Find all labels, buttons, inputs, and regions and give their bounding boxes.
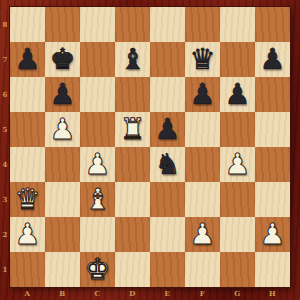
square-f8[interactable] bbox=[185, 7, 220, 42]
file-label-d: D bbox=[115, 287, 150, 300]
square-g8[interactable] bbox=[220, 7, 255, 42]
square-d5[interactable]: ♜ bbox=[115, 112, 150, 147]
file-label-f: F bbox=[185, 287, 220, 300]
file-label-c: C bbox=[80, 287, 115, 300]
square-a1[interactable] bbox=[10, 252, 45, 287]
square-e5[interactable]: ♟ bbox=[150, 112, 185, 147]
piece-black-pawn-a7[interactable]: ♟ bbox=[10, 42, 45, 77]
square-d2[interactable] bbox=[115, 217, 150, 252]
square-c5[interactable] bbox=[80, 112, 115, 147]
square-c3[interactable]: ♝ bbox=[80, 182, 115, 217]
square-c2[interactable] bbox=[80, 217, 115, 252]
square-e7[interactable] bbox=[150, 42, 185, 77]
square-c1[interactable]: ♚ bbox=[80, 252, 115, 287]
square-h7[interactable]: ♟ bbox=[255, 42, 290, 77]
square-g1[interactable] bbox=[220, 252, 255, 287]
piece-white-pawn-c4[interactable]: ♟ bbox=[80, 147, 115, 182]
square-d1[interactable] bbox=[115, 252, 150, 287]
chess-diagram: ♟♚♝♛♟♟♟♟♟♜♟♟♞♟♛♝♟♟♟♚ 87654321 ABCDEFGH bbox=[0, 0, 300, 300]
piece-white-rook-d5[interactable]: ♜ bbox=[115, 112, 150, 147]
piece-white-pawn-a2[interactable]: ♟ bbox=[10, 217, 45, 252]
square-e1[interactable] bbox=[150, 252, 185, 287]
square-g2[interactable] bbox=[220, 217, 255, 252]
piece-black-bishop-d7[interactable]: ♝ bbox=[115, 42, 150, 77]
square-h6[interactable] bbox=[255, 77, 290, 112]
piece-white-bishop-c3[interactable]: ♝ bbox=[80, 182, 115, 217]
square-d8[interactable] bbox=[115, 7, 150, 42]
square-a2[interactable]: ♟ bbox=[10, 217, 45, 252]
square-c6[interactable] bbox=[80, 77, 115, 112]
rank-label-5: 5 bbox=[0, 112, 10, 147]
piece-black-pawn-f6[interactable]: ♟ bbox=[185, 77, 220, 112]
square-e3[interactable] bbox=[150, 182, 185, 217]
rank-label-1: 1 bbox=[0, 252, 10, 287]
square-e4[interactable]: ♞ bbox=[150, 147, 185, 182]
square-d7[interactable]: ♝ bbox=[115, 42, 150, 77]
piece-black-pawn-e5[interactable]: ♟ bbox=[150, 112, 185, 147]
square-g5[interactable] bbox=[220, 112, 255, 147]
square-g3[interactable] bbox=[220, 182, 255, 217]
square-b2[interactable] bbox=[45, 217, 80, 252]
piece-white-pawn-b5[interactable]: ♟ bbox=[45, 112, 80, 147]
square-d3[interactable] bbox=[115, 182, 150, 217]
rank-label-4: 4 bbox=[0, 147, 10, 182]
square-h5[interactable] bbox=[255, 112, 290, 147]
piece-black-pawn-b6[interactable]: ♟ bbox=[45, 77, 80, 112]
square-h4[interactable] bbox=[255, 147, 290, 182]
square-a8[interactable] bbox=[10, 7, 45, 42]
square-b4[interactable] bbox=[45, 147, 80, 182]
square-f7[interactable]: ♛ bbox=[185, 42, 220, 77]
square-h3[interactable] bbox=[255, 182, 290, 217]
file-label-a: A bbox=[10, 287, 45, 300]
square-a5[interactable] bbox=[10, 112, 45, 147]
square-e6[interactable] bbox=[150, 77, 185, 112]
square-b1[interactable] bbox=[45, 252, 80, 287]
rank-label-7: 7 bbox=[0, 42, 10, 77]
square-f1[interactable] bbox=[185, 252, 220, 287]
square-h1[interactable] bbox=[255, 252, 290, 287]
square-f3[interactable] bbox=[185, 182, 220, 217]
square-f5[interactable] bbox=[185, 112, 220, 147]
square-a6[interactable] bbox=[10, 77, 45, 112]
file-label-h: H bbox=[255, 287, 290, 300]
piece-white-pawn-f2[interactable]: ♟ bbox=[185, 217, 220, 252]
square-a4[interactable] bbox=[10, 147, 45, 182]
piece-black-pawn-h7[interactable]: ♟ bbox=[255, 42, 290, 77]
rank-label-3: 3 bbox=[0, 182, 10, 217]
rank-label-6: 6 bbox=[0, 77, 10, 112]
square-d4[interactable] bbox=[115, 147, 150, 182]
piece-white-queen-a3[interactable]: ♛ bbox=[10, 182, 45, 217]
square-f6[interactable]: ♟ bbox=[185, 77, 220, 112]
square-b3[interactable] bbox=[45, 182, 80, 217]
file-label-g: G bbox=[220, 287, 255, 300]
square-h8[interactable] bbox=[255, 7, 290, 42]
square-f4[interactable] bbox=[185, 147, 220, 182]
square-g6[interactable]: ♟ bbox=[220, 77, 255, 112]
file-label-e: E bbox=[150, 287, 185, 300]
piece-black-knight-e4[interactable]: ♞ bbox=[150, 147, 185, 182]
square-e2[interactable] bbox=[150, 217, 185, 252]
square-g7[interactable] bbox=[220, 42, 255, 77]
square-h2[interactable]: ♟ bbox=[255, 217, 290, 252]
square-b8[interactable] bbox=[45, 7, 80, 42]
square-a3[interactable]: ♛ bbox=[10, 182, 45, 217]
piece-white-pawn-h2[interactable]: ♟ bbox=[255, 217, 290, 252]
square-d6[interactable] bbox=[115, 77, 150, 112]
piece-black-queen-f7[interactable]: ♛ bbox=[185, 42, 220, 77]
square-c4[interactable]: ♟ bbox=[80, 147, 115, 182]
square-b5[interactable]: ♟ bbox=[45, 112, 80, 147]
square-f2[interactable]: ♟ bbox=[185, 217, 220, 252]
piece-white-pawn-g4[interactable]: ♟ bbox=[220, 147, 255, 182]
square-a7[interactable]: ♟ bbox=[10, 42, 45, 77]
piece-black-king-b7[interactable]: ♚ bbox=[45, 42, 80, 77]
rank-label-8: 8 bbox=[0, 7, 10, 42]
piece-white-king-c1[interactable]: ♚ bbox=[80, 252, 115, 287]
piece-black-pawn-g6[interactable]: ♟ bbox=[220, 77, 255, 112]
square-c7[interactable] bbox=[80, 42, 115, 77]
file-label-b: B bbox=[45, 287, 80, 300]
rank-label-2: 2 bbox=[0, 217, 10, 252]
square-e8[interactable] bbox=[150, 7, 185, 42]
square-g4[interactable]: ♟ bbox=[220, 147, 255, 182]
chess-board: ♟♚♝♛♟♟♟♟♟♜♟♟♞♟♛♝♟♟♟♚ bbox=[10, 7, 290, 287]
square-b6[interactable]: ♟ bbox=[45, 77, 80, 112]
square-b7[interactable]: ♚ bbox=[45, 42, 80, 77]
square-c8[interactable] bbox=[80, 7, 115, 42]
